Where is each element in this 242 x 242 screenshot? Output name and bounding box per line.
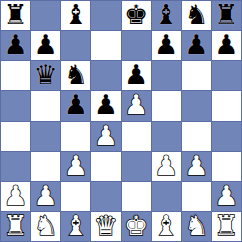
white-knight[interactable]: ♞ [34,212,58,239]
square-d1[interactable]: ♛ [91,212,120,241]
square-f8[interactable]: ♝ [152,1,181,30]
square-b6[interactable]: ♛ [31,61,60,90]
white-bishop[interactable]: ♝ [64,212,88,239]
square-f5[interactable] [152,91,181,120]
square-f2[interactable] [152,182,181,211]
black-bishop[interactable]: ♝ [64,1,88,28]
square-b2[interactable]: ♟ [31,182,60,211]
white-pawn[interactable]: ♟ [184,152,208,179]
black-knight[interactable]: ♞ [64,61,88,88]
square-c7[interactable] [61,31,90,60]
square-a6[interactable] [1,61,30,90]
square-g6[interactable] [182,61,211,90]
white-pawn[interactable]: ♟ [3,182,27,209]
black-pawn[interactable]: ♟ [94,91,118,118]
square-e8[interactable]: ♚ [122,1,151,30]
square-d3[interactable] [91,152,120,181]
square-d8[interactable] [91,1,120,30]
square-d6[interactable] [91,61,120,90]
white-bishop[interactable]: ♝ [154,212,178,239]
black-pawn[interactable]: ♟ [214,31,238,58]
square-e5[interactable]: ♟ [122,91,151,120]
square-e2[interactable] [122,182,151,211]
square-f7[interactable]: ♟ [152,31,181,60]
black-knight[interactable]: ♞ [184,1,208,28]
square-b4[interactable] [31,122,60,151]
black-pawn[interactable]: ♟ [3,31,27,58]
square-g7[interactable]: ♟ [182,31,211,60]
square-d2[interactable] [91,182,120,211]
square-b5[interactable] [31,91,60,120]
square-a2[interactable]: ♟ [1,182,30,211]
square-h8[interactable]: ♜ [212,1,241,30]
square-a7[interactable]: ♟ [1,31,30,60]
square-b8[interactable] [31,1,60,30]
black-pawn[interactable]: ♟ [184,31,208,58]
white-pawn[interactable]: ♟ [154,152,178,179]
black-pawn[interactable]: ♟ [34,31,58,58]
black-pawn[interactable]: ♟ [154,31,178,58]
square-b1[interactable]: ♞ [31,212,60,241]
square-e6[interactable]: ♟ [122,61,151,90]
square-c6[interactable]: ♞ [61,61,90,90]
square-e7[interactable] [122,31,151,60]
black-rook[interactable]: ♜ [3,1,27,28]
white-rook[interactable]: ♜ [214,212,238,239]
black-pawn[interactable]: ♟ [124,61,148,88]
black-pawn[interactable]: ♟ [64,91,88,118]
square-f4[interactable] [152,122,181,151]
square-g3[interactable]: ♟ [182,152,211,181]
square-h1[interactable]: ♜ [212,212,241,241]
square-b7[interactable]: ♟ [31,31,60,60]
square-f3[interactable]: ♟ [152,152,181,181]
square-e4[interactable] [122,122,151,151]
square-c4[interactable] [61,122,90,151]
black-rook[interactable]: ♜ [214,1,238,28]
square-h6[interactable] [212,61,241,90]
square-h7[interactable]: ♟ [212,31,241,60]
black-king[interactable]: ♚ [124,1,148,28]
square-e1[interactable]: ♚ [122,212,151,241]
square-h3[interactable] [212,152,241,181]
square-g2[interactable] [182,182,211,211]
square-h5[interactable] [212,91,241,120]
square-a1[interactable]: ♜ [1,212,30,241]
square-g5[interactable] [182,91,211,120]
square-h2[interactable]: ♟ [212,182,241,211]
white-pawn[interactable]: ♟ [94,122,118,149]
square-a5[interactable] [1,91,30,120]
square-d4[interactable]: ♟ [91,122,120,151]
chess-board: ♜♝♚♝♞♜♟♟♟♟♟♛♞♟♟♟♟♟♟♟♟♟♟♟♜♞♝♛♚♝♞♜ [0,0,242,242]
square-a4[interactable] [1,122,30,151]
square-g8[interactable]: ♞ [182,1,211,30]
black-bishop[interactable]: ♝ [154,1,178,28]
square-c5[interactable]: ♟ [61,91,90,120]
square-f1[interactable]: ♝ [152,212,181,241]
square-e3[interactable] [122,152,151,181]
white-pawn[interactable]: ♟ [34,182,58,209]
white-knight[interactable]: ♞ [184,212,208,239]
square-c3[interactable]: ♟ [61,152,90,181]
square-f6[interactable] [152,61,181,90]
square-h4[interactable] [212,122,241,151]
square-d7[interactable] [91,31,120,60]
square-c2[interactable] [61,182,90,211]
white-pawn[interactable]: ♟ [214,182,238,209]
white-rook[interactable]: ♜ [3,212,27,239]
black-queen[interactable]: ♛ [34,61,58,88]
white-king[interactable]: ♚ [124,212,148,239]
white-queen[interactable]: ♛ [94,212,118,239]
square-a8[interactable]: ♜ [1,1,30,30]
square-c1[interactable]: ♝ [61,212,90,241]
square-c8[interactable]: ♝ [61,1,90,30]
white-pawn[interactable]: ♟ [64,152,88,179]
square-d5[interactable]: ♟ [91,91,120,120]
square-a3[interactable] [1,152,30,181]
white-pawn[interactable]: ♟ [124,91,148,118]
square-g1[interactable]: ♞ [182,212,211,241]
square-g4[interactable] [182,122,211,151]
square-b3[interactable] [31,152,60,181]
